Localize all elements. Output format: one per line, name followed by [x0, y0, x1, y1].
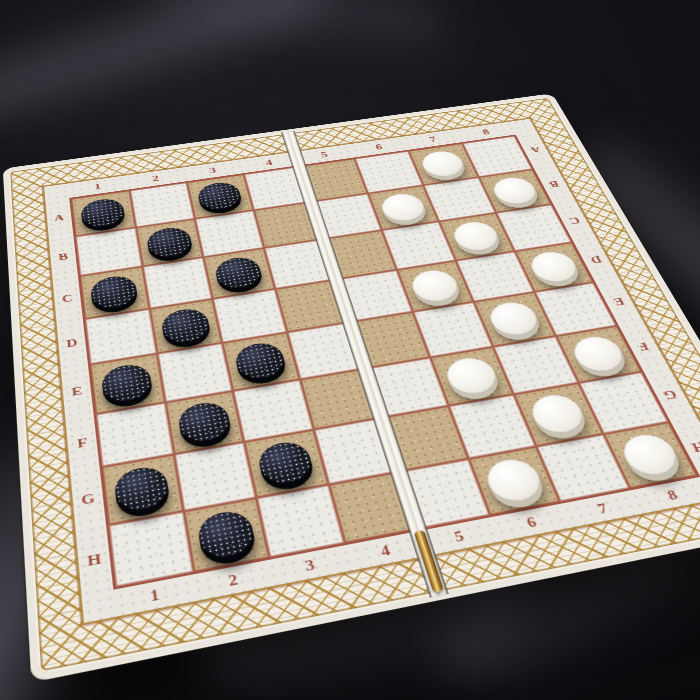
white-piece-F6[interactable] [441, 355, 501, 397]
file-label-bottom-8: 8 [664, 487, 680, 504]
rank-label-right-C: C [567, 215, 582, 226]
file-label-bottom-6: 6 [524, 514, 539, 531]
rank-label-right-G: G [661, 387, 680, 402]
black-piece-F2[interactable] [176, 399, 232, 444]
file-label-top-3: 3 [208, 165, 217, 175]
black-piece-B2[interactable] [145, 225, 193, 259]
file-label-top-1: 1 [94, 181, 102, 191]
rank-label-left-A: A [54, 212, 65, 223]
white-piece-G7[interactable] [526, 392, 589, 437]
file-label-bottom-1: 1 [149, 586, 161, 605]
black-piece-H2[interactable] [195, 508, 256, 561]
black-piece-C1[interactable] [90, 274, 139, 311]
file-label-top-7: 7 [428, 135, 438, 144]
board-scene: 12345678 12345678 ABCDEFGH ABCDEFGH [0, 0, 700, 700]
rank-label-left-B: B [58, 251, 69, 263]
rank-label-left-G: G [81, 491, 96, 509]
black-piece-A1[interactable] [80, 197, 126, 229]
black-piece-A3[interactable] [196, 181, 243, 212]
white-piece-B8[interactable] [489, 175, 541, 206]
file-label-top-4: 4 [264, 158, 273, 168]
file-label-bottom-4: 4 [378, 542, 392, 560]
black-piece-G1[interactable] [113, 464, 171, 514]
rank-label-left-E: E [71, 384, 83, 399]
rank-label-right-E: E [611, 295, 626, 308]
file-label-bottom-2: 2 [227, 571, 239, 590]
black-piece-G3[interactable] [256, 439, 316, 487]
rank-label-left-F: F [76, 435, 88, 451]
rank-label-left-C: C [62, 292, 74, 305]
file-label-bottom-3: 3 [303, 556, 316, 574]
checkers-board: 12345678 12345678 ABCDEFGH ABCDEFGH [8, 97, 700, 674]
rank-label-left-H: H [86, 551, 102, 570]
white-piece-B6[interactable] [377, 191, 428, 223]
white-piece-E7[interactable] [485, 300, 543, 339]
white-piece-H6[interactable] [481, 456, 546, 505]
black-piece-C3[interactable] [213, 255, 264, 291]
file-label-bottom-5: 5 [452, 527, 466, 545]
rank-label-right-H: H [689, 438, 700, 454]
rank-label-right-D: D [588, 253, 604, 265]
white-piece-A7[interactable] [418, 149, 468, 179]
black-piece-E1[interactable] [101, 362, 154, 405]
board-grid [69, 135, 700, 590]
square-H1[interactable] [108, 511, 193, 587]
rank-label-right-F: F [636, 339, 651, 353]
rank-label-right-B: B [547, 179, 561, 190]
file-label-top-6: 6 [374, 142, 384, 152]
rank-label-right-A: A [528, 144, 542, 154]
black-piece-D2[interactable] [160, 306, 212, 345]
white-piece-D6[interactable] [407, 267, 462, 304]
black-piece-E3[interactable] [233, 340, 288, 381]
file-label-top-2: 2 [151, 173, 159, 183]
file-label-bottom-7: 7 [595, 500, 610, 517]
white-piece-D8[interactable] [525, 249, 581, 284]
file-label-top-8: 8 [481, 127, 491, 136]
white-piece-C7[interactable] [450, 219, 503, 253]
rank-label-left-D: D [66, 336, 78, 350]
white-piece-F8[interactable] [568, 333, 629, 374]
file-label-top-5: 5 [320, 150, 329, 160]
white-piece-H8[interactable] [616, 431, 683, 478]
square-H2[interactable] [183, 497, 270, 572]
